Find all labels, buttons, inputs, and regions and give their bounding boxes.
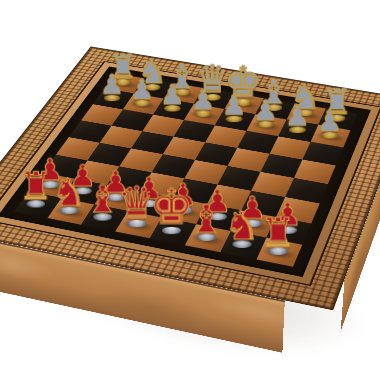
- chess-chest-board: ♜♞♝♛♚♝♞♜♟♟♟♟♟♟♟♟♟♟♟♟♟♟♟♟♜♞♝♛♚♝♞♜: [0, 47, 380, 311]
- photo-canvas: ♜♞♝♛♚♝♞♜♟♟♟♟♟♟♟♟♟♟♟♟♟♟♟♟♜♞♝♛♚♝♞♜: [0, 0, 380, 380]
- piece-glyph: ♜: [250, 214, 307, 252]
- black-pawn[interactable]: ♟: [304, 109, 355, 139]
- white-rook[interactable]: ♜: [250, 214, 307, 255]
- piece-glyph: ♟: [304, 109, 355, 136]
- scene-stage: ♜♞♝♛♚♝♞♜♟♟♟♟♟♟♟♟♟♟♟♟♟♟♟♟♜♞♝♛♚♝♞♜: [0, 0, 380, 380]
